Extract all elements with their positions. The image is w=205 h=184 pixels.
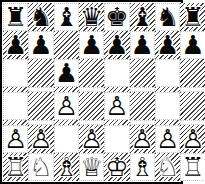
square-b8[interactable]: ♞ bbox=[28, 3, 53, 31]
square-f2[interactable]: ♟♙ bbox=[130, 125, 155, 153]
square-a1[interactable]: ♜♖ bbox=[3, 153, 28, 181]
square-h2[interactable]: ♟♙ bbox=[180, 125, 205, 153]
square-c6[interactable]: ♟ bbox=[54, 59, 79, 87]
square-h7[interactable]: ♟ bbox=[180, 31, 205, 59]
board-grid: ♜♞♝♛♚♝♞♜♟♟♟♟♟♟♟♟♟♙♟♙♟♙♟♙♟♙♟♙♟♙♟♙♜♖♞♘♝♗♛♕… bbox=[3, 3, 180, 181]
piece-white-pawn: ♟♙ bbox=[105, 93, 128, 119]
square-g8[interactable]: ♞ bbox=[155, 3, 180, 31]
square-g7[interactable]: ♟ bbox=[155, 31, 180, 59]
square-f1[interactable]: ♝♗ bbox=[130, 153, 155, 181]
square-f6[interactable] bbox=[130, 59, 155, 87]
piece-black-queen: ♛ bbox=[79, 3, 104, 31]
square-b1[interactable]: ♞♘ bbox=[28, 153, 53, 181]
square-d6[interactable] bbox=[79, 59, 104, 87]
piece-white-knight: ♞♘ bbox=[155, 153, 180, 181]
piece-black-pawn: ♟ bbox=[29, 32, 52, 58]
piece-black-pawn: ♟ bbox=[3, 31, 28, 59]
piece-black-pawn: ♟ bbox=[181, 32, 204, 58]
piece-black-knight: ♞ bbox=[28, 3, 53, 31]
square-b6[interactable] bbox=[28, 59, 53, 87]
piece-white-pawn: ♟♙ bbox=[156, 126, 179, 152]
piece-white-rook: ♜♖ bbox=[181, 154, 204, 180]
piece-black-king: ♚ bbox=[105, 4, 128, 30]
piece-black-pawn: ♟ bbox=[131, 32, 154, 58]
square-d7[interactable]: ♟ bbox=[79, 31, 104, 59]
square-d1[interactable]: ♛♕ bbox=[79, 153, 104, 181]
square-a4[interactable] bbox=[3, 92, 28, 120]
square-c2[interactable] bbox=[54, 125, 79, 153]
square-g2[interactable]: ♟♙ bbox=[155, 125, 180, 153]
piece-black-pawn: ♟ bbox=[80, 32, 103, 58]
chess-board: ♜♞♝♛♚♝♞♜♟♟♟♟♟♟♟♟♟♙♟♙♟♙♟♙♟♙♟♙♟♙♟♙♜♖♞♘♝♗♛♕… bbox=[0, 0, 183, 184]
square-d2[interactable]: ♟♙ bbox=[79, 125, 104, 153]
square-e1[interactable]: ♚♔ bbox=[104, 153, 129, 181]
piece-black-pawn: ♟ bbox=[55, 60, 78, 86]
piece-white-knight: ♞♘ bbox=[29, 154, 52, 180]
square-e4[interactable]: ♟♙ bbox=[104, 92, 129, 120]
square-h8[interactable]: ♜ bbox=[180, 3, 205, 31]
square-c1[interactable]: ♝♗ bbox=[54, 153, 79, 181]
piece-black-rook: ♜ bbox=[4, 4, 27, 30]
square-g1[interactable]: ♞♘ bbox=[155, 153, 180, 181]
square-e6[interactable] bbox=[104, 59, 129, 87]
square-b7[interactable]: ♟ bbox=[28, 31, 53, 59]
piece-white-pawn: ♟♙ bbox=[180, 125, 205, 153]
piece-white-king: ♚♔ bbox=[104, 153, 129, 181]
square-a6[interactable] bbox=[3, 59, 28, 87]
square-a2[interactable]: ♟♙ bbox=[3, 125, 28, 153]
piece-white-pawn: ♟♙ bbox=[28, 125, 53, 153]
piece-white-bishop: ♝♗ bbox=[131, 154, 154, 180]
piece-white-queen: ♛♕ bbox=[80, 154, 103, 180]
square-d4[interactable] bbox=[79, 92, 104, 120]
piece-black-bishop: ♝ bbox=[55, 4, 78, 30]
piece-white-pawn: ♟♙ bbox=[55, 93, 78, 119]
piece-white-rook: ♜♖ bbox=[3, 153, 28, 181]
square-c4[interactable]: ♟♙ bbox=[54, 92, 79, 120]
piece-black-knight: ♞ bbox=[156, 4, 179, 30]
piece-white-pawn: ♟♙ bbox=[130, 125, 155, 153]
square-h1[interactable]: ♜♖ bbox=[180, 153, 205, 181]
piece-black-pawn: ♟ bbox=[155, 31, 180, 59]
square-h4[interactable] bbox=[180, 92, 205, 120]
square-d8[interactable]: ♛ bbox=[79, 3, 104, 31]
square-c7[interactable] bbox=[54, 31, 79, 59]
square-a7[interactable]: ♟ bbox=[3, 31, 28, 59]
square-h6[interactable] bbox=[180, 59, 205, 87]
square-b4[interactable] bbox=[28, 92, 53, 120]
square-e8[interactable]: ♚ bbox=[104, 3, 129, 31]
piece-black-pawn: ♟ bbox=[104, 31, 129, 59]
square-f8[interactable]: ♝ bbox=[130, 3, 155, 31]
square-f4[interactable] bbox=[130, 92, 155, 120]
square-a8[interactable]: ♜ bbox=[3, 3, 28, 31]
square-e2[interactable] bbox=[104, 125, 129, 153]
square-c8[interactable]: ♝ bbox=[54, 3, 79, 31]
piece-black-rook: ♜ bbox=[180, 3, 205, 31]
square-b2[interactable]: ♟♙ bbox=[28, 125, 53, 153]
square-g4[interactable] bbox=[155, 92, 180, 120]
piece-white-pawn: ♟♙ bbox=[4, 126, 27, 152]
square-e7[interactable]: ♟ bbox=[104, 31, 129, 59]
piece-white-bishop: ♝♗ bbox=[54, 153, 79, 181]
piece-black-bishop: ♝ bbox=[130, 3, 155, 31]
square-f7[interactable]: ♟ bbox=[130, 31, 155, 59]
square-g6[interactable] bbox=[155, 59, 180, 87]
piece-white-pawn: ♟♙ bbox=[79, 125, 104, 153]
